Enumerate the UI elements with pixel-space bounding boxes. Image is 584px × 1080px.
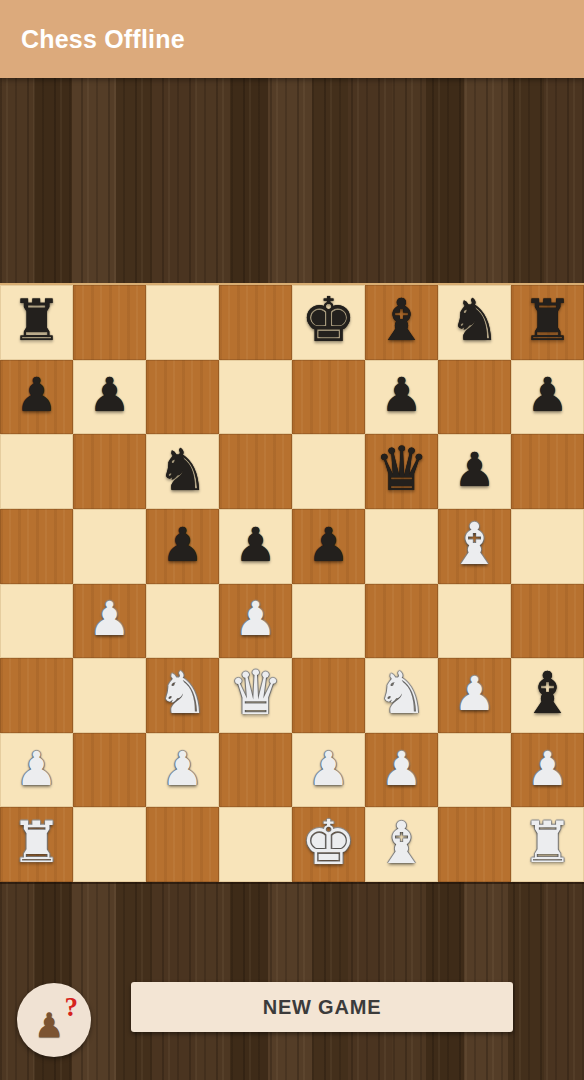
black-pawn: ♟ <box>380 371 422 418</box>
black-pawn: ♟ <box>234 521 276 568</box>
square-b1[interactable] <box>73 807 146 882</box>
black-pawn: ♟ <box>526 371 568 418</box>
square-b4[interactable]: ♟ <box>73 584 146 659</box>
square-h7[interactable]: ♟ <box>511 360 584 435</box>
new-game-label: NEW GAME <box>263 996 382 1019</box>
white-rook: ♜ <box>11 814 62 871</box>
square-d3[interactable]: ♛ <box>219 658 292 733</box>
square-f3[interactable]: ♞ <box>365 658 438 733</box>
hint-button[interactable]: ♟ ? <box>17 983 91 1057</box>
square-e1[interactable]: ♚ <box>292 807 365 882</box>
white-pawn: ♟ <box>380 745 422 792</box>
square-a1[interactable]: ♜ <box>0 807 73 882</box>
black-pawn: ♟ <box>15 371 57 418</box>
pawn-icon: ♟ <box>34 1008 64 1042</box>
white-king: ♚ <box>301 812 357 874</box>
square-f8[interactable]: ♝ <box>365 285 438 360</box>
app-title: Chess Offline <box>21 25 185 54</box>
white-rook: ♜ <box>522 814 573 871</box>
square-g1[interactable] <box>438 807 511 882</box>
white-knight: ♞ <box>376 664 428 722</box>
square-c3[interactable]: ♞ <box>146 658 219 733</box>
square-e7[interactable] <box>292 360 365 435</box>
square-e8[interactable]: ♚ <box>292 285 365 360</box>
white-pawn: ♟ <box>234 595 276 642</box>
square-h5[interactable] <box>511 509 584 584</box>
square-g8[interactable]: ♞ <box>438 285 511 360</box>
white-pawn: ♟ <box>15 745 57 792</box>
square-c1[interactable] <box>146 807 219 882</box>
square-c5[interactable]: ♟ <box>146 509 219 584</box>
white-pawn: ♟ <box>453 670 495 717</box>
chess-offline-app: { "header": { "title": "Chess Offline" }… <box>0 0 584 1080</box>
square-d6[interactable] <box>219 434 292 509</box>
white-pawn: ♟ <box>88 595 130 642</box>
square-b2[interactable] <box>73 733 146 808</box>
white-queen: ♛ <box>228 663 283 724</box>
square-h2[interactable]: ♟ <box>511 733 584 808</box>
square-h3[interactable]: ♝ <box>511 658 584 733</box>
square-d7[interactable] <box>219 360 292 435</box>
square-c8[interactable] <box>146 285 219 360</box>
black-knight: ♞ <box>157 441 209 499</box>
square-h4[interactable] <box>511 584 584 659</box>
black-pawn: ♟ <box>453 446 495 493</box>
square-h6[interactable] <box>511 434 584 509</box>
white-pawn: ♟ <box>307 745 349 792</box>
square-f4[interactable] <box>365 584 438 659</box>
black-pawn: ♟ <box>161 521 203 568</box>
square-b7[interactable]: ♟ <box>73 360 146 435</box>
app-bar: Chess Offline <box>0 0 584 78</box>
square-c6[interactable]: ♞ <box>146 434 219 509</box>
square-f7[interactable]: ♟ <box>365 360 438 435</box>
white-bishop: ♝ <box>376 814 428 872</box>
black-bishop: ♝ <box>376 291 428 349</box>
square-b5[interactable] <box>73 509 146 584</box>
square-e6[interactable] <box>292 434 365 509</box>
square-g5[interactable]: ♝ <box>438 509 511 584</box>
square-a4[interactable] <box>0 584 73 659</box>
square-f1[interactable]: ♝ <box>365 807 438 882</box>
square-b8[interactable] <box>73 285 146 360</box>
square-h1[interactable]: ♜ <box>511 807 584 882</box>
white-bishop: ♝ <box>449 515 501 573</box>
square-d2[interactable] <box>219 733 292 808</box>
black-rook: ♜ <box>522 292 573 349</box>
square-g3[interactable]: ♟ <box>438 658 511 733</box>
square-a8[interactable]: ♜ <box>0 285 73 360</box>
white-pawn: ♟ <box>526 745 568 792</box>
square-f6[interactable]: ♛ <box>365 434 438 509</box>
square-d5[interactable]: ♟ <box>219 509 292 584</box>
square-a5[interactable] <box>0 509 73 584</box>
new-game-button[interactable]: NEW GAME <box>131 982 513 1032</box>
square-e5[interactable]: ♟ <box>292 509 365 584</box>
question-mark-badge: ? <box>65 994 79 1021</box>
pawn-question-icon: ♟ ? <box>34 1000 74 1040</box>
black-queen: ♛ <box>374 439 429 500</box>
square-f2[interactable]: ♟ <box>365 733 438 808</box>
square-d1[interactable] <box>219 807 292 882</box>
square-g4[interactable] <box>438 584 511 659</box>
square-c4[interactable] <box>146 584 219 659</box>
square-b3[interactable] <box>73 658 146 733</box>
square-a7[interactable]: ♟ <box>0 360 73 435</box>
square-e2[interactable]: ♟ <box>292 733 365 808</box>
square-d4[interactable]: ♟ <box>219 584 292 659</box>
black-knight: ♞ <box>449 291 501 349</box>
black-pawn: ♟ <box>88 371 130 418</box>
black-pawn: ♟ <box>307 521 349 568</box>
black-rook: ♜ <box>11 292 62 349</box>
square-h8[interactable]: ♜ <box>511 285 584 360</box>
square-c7[interactable] <box>146 360 219 435</box>
black-king: ♚ <box>301 289 357 351</box>
square-g6[interactable]: ♟ <box>438 434 511 509</box>
square-a3[interactable] <box>0 658 73 733</box>
square-a2[interactable]: ♟ <box>0 733 73 808</box>
square-g7[interactable] <box>438 360 511 435</box>
white-pawn: ♟ <box>161 745 203 792</box>
square-b6[interactable] <box>73 434 146 509</box>
square-d8[interactable] <box>219 285 292 360</box>
square-f5[interactable] <box>365 509 438 584</box>
square-a6[interactable] <box>0 434 73 509</box>
square-e4[interactable] <box>292 584 365 659</box>
white-knight: ♞ <box>157 664 209 722</box>
black-bishop: ♝ <box>522 664 574 722</box>
chess-board: ♜♚♝♞♜♟♟♟♟♞♛♟♟♟♟♝♟♟♞♛♞♟♝♟♟♟♟♟♜♚♝♜ <box>0 285 584 882</box>
square-e3[interactable] <box>292 658 365 733</box>
square-g2[interactable] <box>438 733 511 808</box>
square-c2[interactable]: ♟ <box>146 733 219 808</box>
